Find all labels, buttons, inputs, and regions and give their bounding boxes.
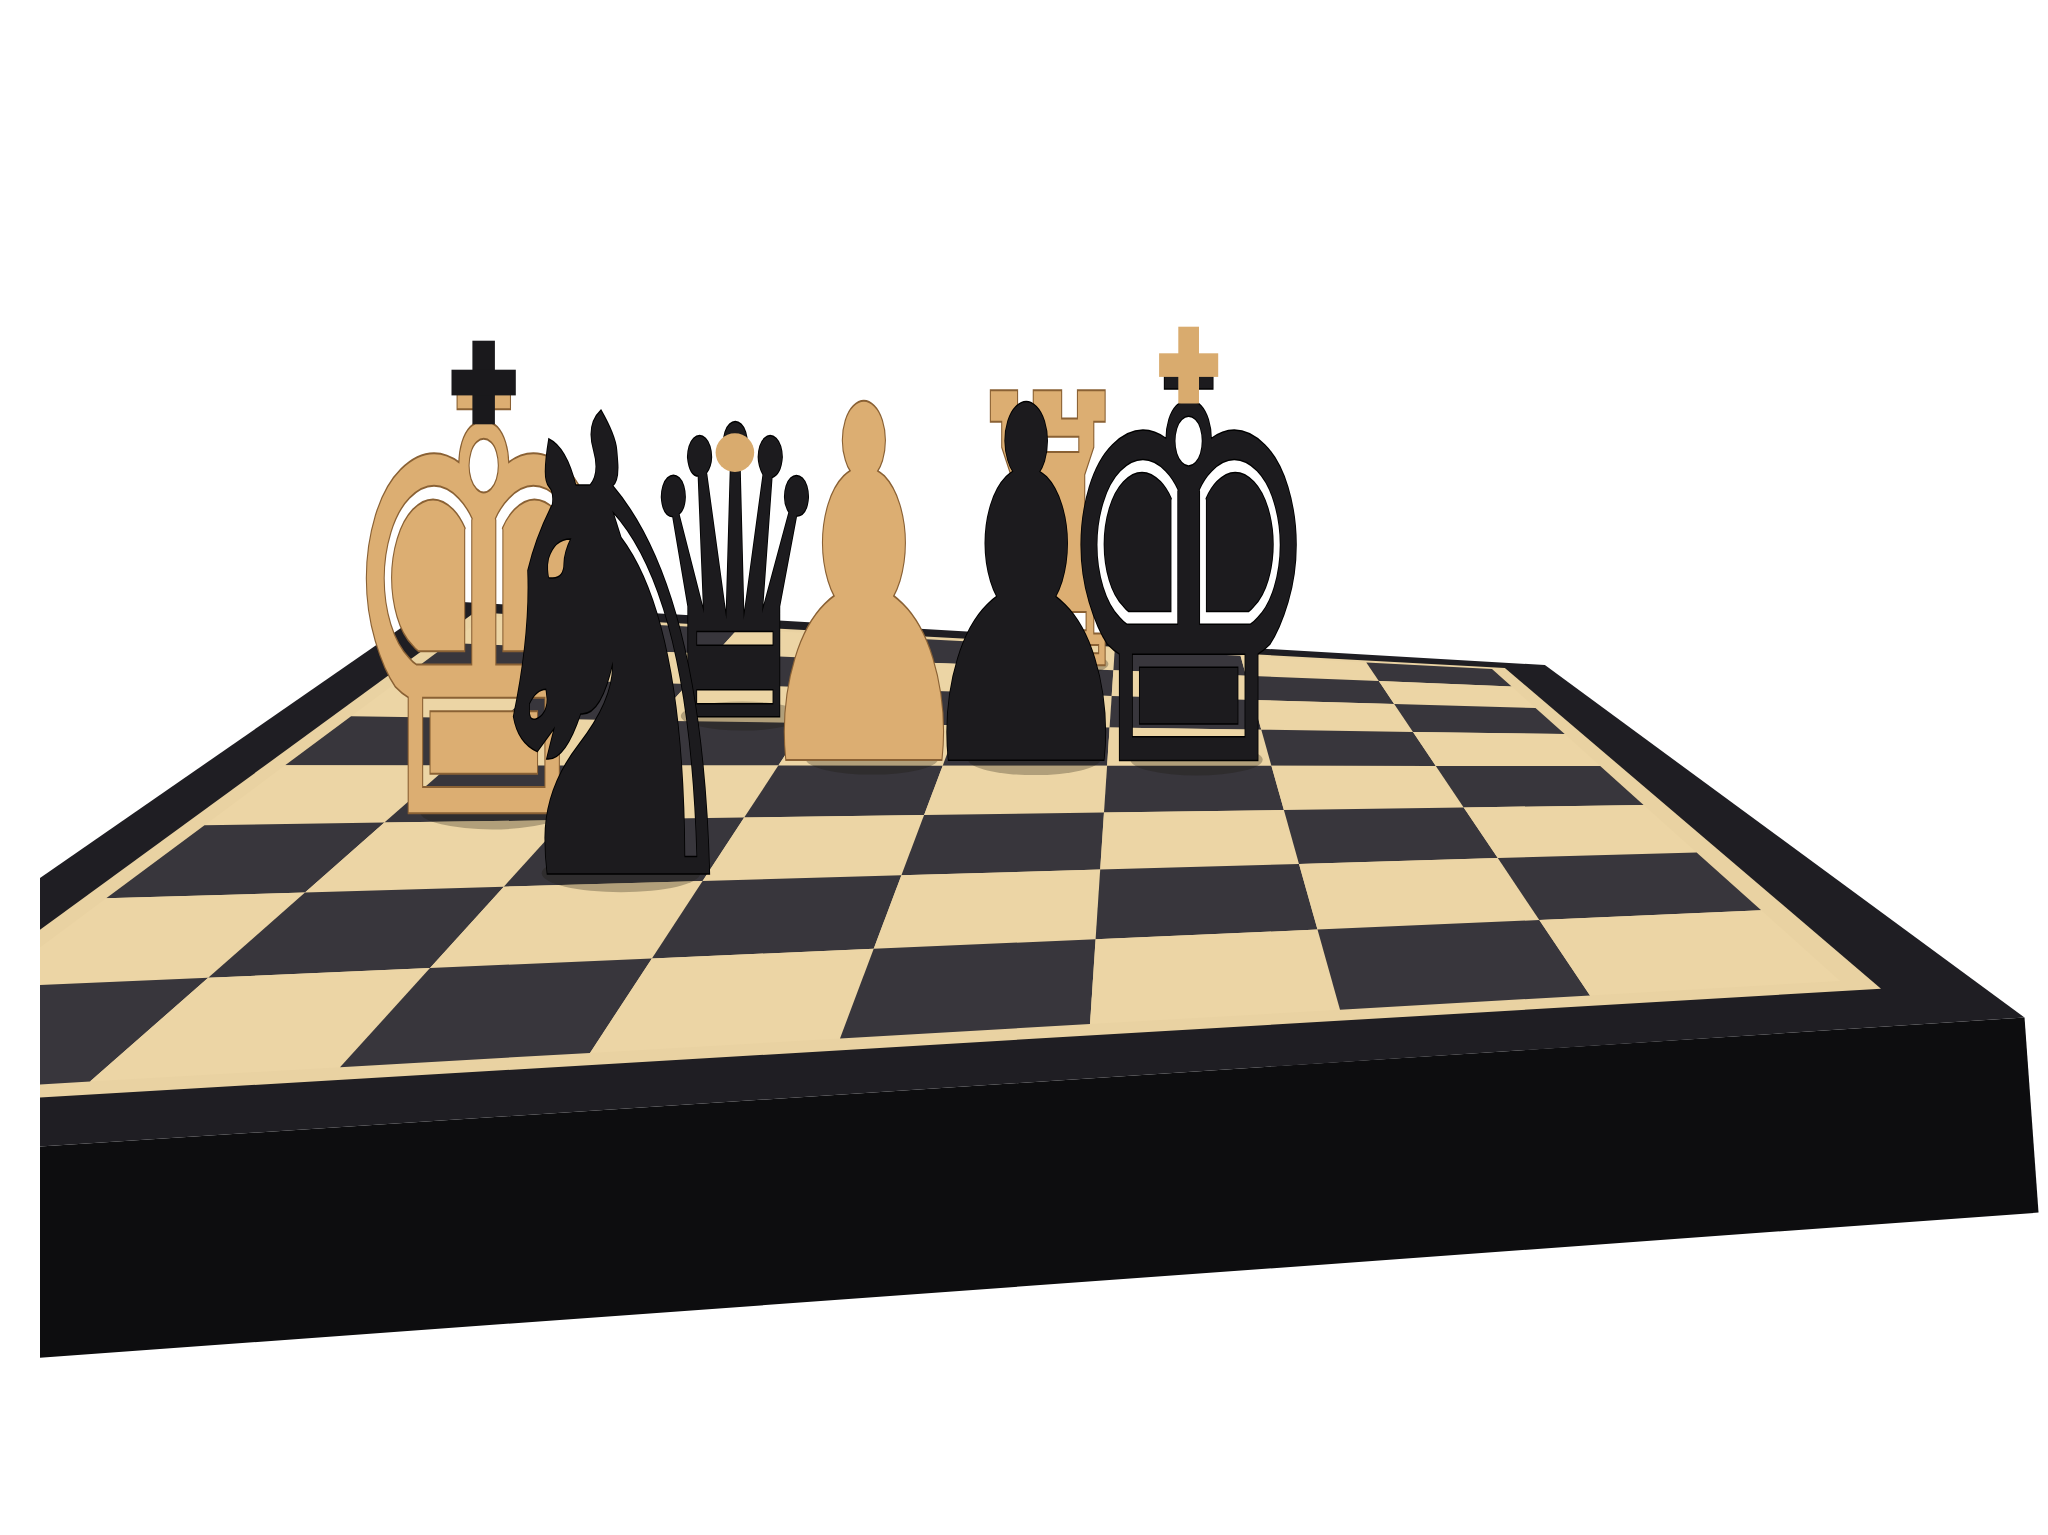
square-f1: [1090, 930, 1340, 1025]
square-g2: [1299, 858, 1539, 930]
piece-black-knight: ♞: [458, 286, 764, 1023]
chessboard-scene: ♜♛♟♟♚♚♞: [40, 16, 2048, 1535]
square-e1: [840, 939, 1096, 1038]
chess-product-photo: ♜♛♟♟♚♚♞ Low-angle product photo of a woo…: [40, 16, 2048, 1535]
